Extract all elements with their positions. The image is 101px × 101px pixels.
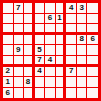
cell-r1c4[interactable] (35, 3, 46, 14)
cell-r2c9[interactable] (87, 14, 98, 25)
cell-r3c5[interactable] (45, 24, 56, 35)
cell-r3c1[interactable] (3, 24, 14, 35)
cell-r8c2[interactable] (14, 77, 25, 88)
cell-r2c2[interactable] (14, 14, 25, 25)
cell-r1c9[interactable] (87, 3, 98, 14)
cell-r1c5[interactable] (45, 3, 56, 14)
cell-r8c1[interactable]: 1 (3, 77, 14, 88)
cell-r4c2[interactable] (14, 35, 25, 46)
cell-r9c4[interactable] (35, 88, 46, 99)
cell-r9c2[interactable] (14, 88, 25, 99)
cell-r3c8[interactable] (77, 24, 88, 35)
cell-r6c3[interactable] (24, 56, 35, 67)
cell-r3c2[interactable] (14, 24, 25, 35)
cell-r1c7[interactable]: 4 (66, 3, 77, 14)
cell-r9c5[interactable] (45, 88, 56, 99)
cell-r7c3[interactable] (24, 67, 35, 78)
cell-r5c2[interactable]: 9 (14, 45, 25, 56)
cell-r6c7[interactable] (66, 56, 77, 67)
cell-r3c4[interactable] (35, 24, 46, 35)
cell-r8c9[interactable] (87, 77, 98, 88)
cell-r6c4[interactable]: 7 (35, 56, 46, 67)
cell-r4c8[interactable]: 8 (77, 35, 88, 46)
cell-r7c5[interactable] (45, 67, 56, 78)
cell-r9c6[interactable] (56, 88, 67, 99)
cell-r2c4[interactable] (35, 14, 46, 25)
cell-r5c9[interactable] (87, 45, 98, 56)
cell-r6c1[interactable] (3, 56, 14, 67)
cell-r1c8[interactable]: 3 (77, 3, 88, 14)
cell-r2c1[interactable] (3, 14, 14, 25)
cell-r1c3[interactable] (24, 3, 35, 14)
cell-r1c1[interactable] (3, 3, 14, 14)
cell-r6c5[interactable]: 4 (45, 56, 56, 67)
cell-r4c1[interactable] (3, 35, 14, 46)
cell-r2c7[interactable] (66, 14, 77, 25)
cell-r5c4[interactable]: 5 (35, 45, 46, 56)
cell-r7c7[interactable]: 7 (66, 67, 77, 78)
cell-r5c7[interactable] (66, 45, 77, 56)
cell-r8c8[interactable] (77, 77, 88, 88)
cell-r3c7[interactable] (66, 24, 77, 35)
cell-r4c4[interactable] (35, 35, 46, 46)
cell-r7c2[interactable] (14, 67, 25, 78)
cell-r2c8[interactable] (77, 14, 88, 25)
cell-r4c3[interactable] (24, 35, 35, 46)
cell-r8c3[interactable]: 8 (24, 77, 35, 88)
cell-r7c9[interactable] (87, 67, 98, 78)
cell-r3c3[interactable] (24, 24, 35, 35)
cell-r1c6[interactable] (56, 3, 67, 14)
cell-r9c1[interactable]: 6 (3, 88, 14, 99)
cell-r2c5[interactable]: 6 (45, 14, 56, 25)
cell-r9c3[interactable] (24, 88, 35, 99)
cell-r4c9[interactable]: 6 (87, 35, 98, 46)
cell-r2c6[interactable]: 1 (56, 14, 67, 25)
cell-r4c7[interactable] (66, 35, 77, 46)
cell-r6c8[interactable] (77, 56, 88, 67)
cell-r8c6[interactable] (56, 77, 67, 88)
cell-r7c4[interactable]: 4 (35, 67, 46, 78)
cell-r6c2[interactable] (14, 56, 25, 67)
cell-r6c9[interactable] (87, 56, 98, 67)
cell-r8c7[interactable] (66, 77, 77, 88)
cell-r8c4[interactable] (35, 77, 46, 88)
cell-r7c8[interactable] (77, 67, 88, 78)
cell-r7c6[interactable] (56, 67, 67, 78)
cell-r6c6[interactable] (56, 56, 67, 67)
cell-r9c7[interactable] (66, 88, 77, 99)
cell-r8c5[interactable] (45, 77, 56, 88)
cell-r1c2[interactable]: 7 (14, 3, 25, 14)
cell-r2c3[interactable] (24, 14, 35, 25)
cell-r3c6[interactable] (56, 24, 67, 35)
cell-r5c8[interactable] (77, 45, 88, 56)
cell-r9c9[interactable] (87, 88, 98, 99)
cell-r5c5[interactable] (45, 45, 56, 56)
cell-r7c1[interactable]: 2 (3, 67, 14, 78)
sudoku-board: 74361869574247186 (0, 0, 101, 101)
cell-r9c8[interactable] (77, 88, 88, 99)
cell-r4c6[interactable] (56, 35, 67, 46)
cell-r4c5[interactable] (45, 35, 56, 46)
cell-r3c9[interactable] (87, 24, 98, 35)
cell-r5c3[interactable] (24, 45, 35, 56)
cell-r5c6[interactable] (56, 45, 67, 56)
cell-r5c1[interactable] (3, 45, 14, 56)
